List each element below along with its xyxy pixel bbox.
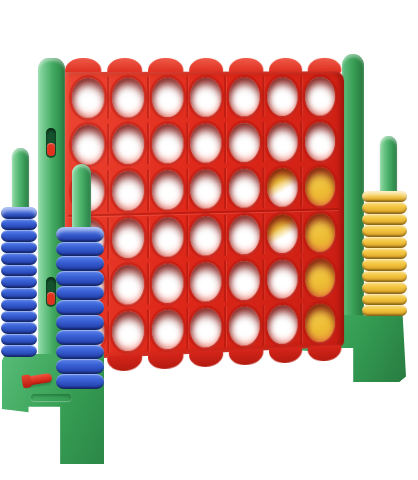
board-cell-c4r1 xyxy=(187,74,226,121)
hole-c7r3 xyxy=(305,167,335,206)
board-cell-c5r1 xyxy=(225,73,263,119)
blue-disc xyxy=(1,207,37,219)
board-cell-c2r6 xyxy=(108,307,148,356)
board-cell-c5r2 xyxy=(225,119,263,166)
hole-c3r3 xyxy=(151,170,183,210)
board-cell-c3r3 xyxy=(148,166,187,213)
yellow-disc xyxy=(362,294,407,305)
hole-c7r6 xyxy=(305,303,335,343)
red-slider xyxy=(47,292,55,305)
hole-c5r5 xyxy=(229,260,260,300)
hole-c5r1 xyxy=(229,77,260,116)
blue-disc xyxy=(56,330,104,345)
hole-c7r1 xyxy=(305,77,335,116)
yellow-disc xyxy=(362,282,407,293)
board-cell-c5r5 xyxy=(225,257,263,304)
yellow-disc xyxy=(362,225,407,236)
hole-c6r1 xyxy=(267,77,297,116)
board-cell-c2r2 xyxy=(108,120,148,167)
board-cell-c2r1 xyxy=(108,74,148,121)
blue-disc-stack xyxy=(56,227,104,389)
hole-c5r2 xyxy=(229,123,260,162)
yellow-disc xyxy=(362,271,407,282)
board-cell-c6r6 xyxy=(264,301,302,348)
board-cell-c7r1 xyxy=(301,73,338,119)
hole-c7r4 xyxy=(305,213,335,252)
board-cell-c3r5 xyxy=(148,259,187,307)
blue-disc xyxy=(1,253,37,265)
hole-c3r1 xyxy=(151,77,183,117)
blue-disc xyxy=(1,265,37,277)
blue-disc-stack xyxy=(1,207,37,357)
blue-disc xyxy=(56,271,104,286)
board-cell-c4r4 xyxy=(187,212,226,259)
yellow-disc xyxy=(362,202,407,213)
hole-c7r5 xyxy=(305,258,335,297)
blue-disc xyxy=(56,345,104,360)
board-cell-c2r4 xyxy=(108,214,148,262)
release-lever xyxy=(21,371,53,389)
yellow-disc-stack xyxy=(362,191,407,316)
board-cell-c5r6 xyxy=(225,303,263,351)
board-cell-c1r2 xyxy=(68,121,108,169)
hole-c1r2 xyxy=(72,125,104,165)
hole-c4r4 xyxy=(191,216,222,256)
blue-disc xyxy=(1,334,37,346)
blue-disc xyxy=(56,227,104,242)
board-cell-c4r3 xyxy=(187,166,226,213)
hole-c6r6 xyxy=(267,305,297,345)
release-slider-window xyxy=(46,277,56,307)
hole-c2r5 xyxy=(112,264,144,305)
board-cell-c3r2 xyxy=(148,120,187,167)
board-cell-c3r4 xyxy=(148,213,187,261)
board-cell-c2r5 xyxy=(108,261,148,309)
hole-c4r2 xyxy=(191,123,222,163)
board-cell-c6r4 xyxy=(264,210,302,257)
blue-disc xyxy=(1,322,37,334)
connect-four-product-photo xyxy=(0,0,418,480)
hole-c6r2 xyxy=(267,122,297,161)
board-cell-c7r3 xyxy=(301,164,338,210)
blue-disc xyxy=(1,242,37,254)
hole-c1r1 xyxy=(72,78,104,118)
board-cell-c5r4 xyxy=(225,211,263,258)
blue-disc xyxy=(56,256,104,271)
blue-disc xyxy=(1,288,37,300)
board-cell-c6r1 xyxy=(264,73,302,119)
blue-disc xyxy=(1,345,37,357)
hole-c3r6 xyxy=(151,309,183,350)
blue-disc xyxy=(1,230,37,242)
blue-disc xyxy=(1,311,37,323)
board-cell-c3r1 xyxy=(148,74,187,121)
hole-c5r4 xyxy=(229,215,260,255)
board-cell-c6r3 xyxy=(264,164,302,211)
board-cell-c7r4 xyxy=(301,209,338,256)
blue-disc xyxy=(1,219,37,231)
scallop-bump xyxy=(107,354,143,372)
yellow-disc xyxy=(362,305,407,316)
hole-c6r4 xyxy=(267,214,297,253)
hole-c3r2 xyxy=(151,124,183,164)
hole-c3r4 xyxy=(151,217,183,257)
blue-disc xyxy=(1,299,37,311)
scallop-bump xyxy=(269,347,303,364)
frame-upright-right xyxy=(342,54,364,332)
scallop-bump xyxy=(229,349,263,366)
blue-disc xyxy=(56,286,104,301)
yellow-disc xyxy=(362,191,407,202)
yellow-disc xyxy=(362,259,407,270)
hole-c7r2 xyxy=(305,122,335,161)
scallop-bump xyxy=(189,350,224,367)
hole-c3r5 xyxy=(151,263,183,303)
board xyxy=(62,56,344,376)
board-cell-c7r2 xyxy=(301,119,338,165)
hole-c5r3 xyxy=(229,169,260,209)
blue-disc xyxy=(56,242,104,257)
board-cell-c6r2 xyxy=(264,119,302,165)
board-cell-c1r1 xyxy=(68,74,108,121)
blue-disc xyxy=(56,300,104,315)
hole-c4r1 xyxy=(191,77,222,116)
hole-c2r2 xyxy=(112,124,144,164)
board-cell-c4r6 xyxy=(187,304,226,352)
board-cell-c3r6 xyxy=(148,306,187,354)
scallop-bump xyxy=(308,345,341,362)
hole-c2r3 xyxy=(112,171,144,211)
release-slider-window xyxy=(46,128,56,158)
yellow-disc xyxy=(362,237,407,248)
scallop-bump xyxy=(148,352,183,369)
hole-c2r4 xyxy=(112,218,144,259)
hole-c6r5 xyxy=(267,259,297,299)
board-cell-c2r3 xyxy=(108,167,148,215)
board-cell-c4r2 xyxy=(187,120,226,167)
hole-c2r1 xyxy=(112,77,144,117)
hole-c2r6 xyxy=(112,311,144,352)
blue-disc xyxy=(56,315,104,330)
release-lever-handle xyxy=(23,373,52,386)
yellow-disc xyxy=(362,214,407,225)
red-slider xyxy=(47,143,55,156)
blue-disc xyxy=(56,374,104,389)
hole-c4r6 xyxy=(191,308,222,348)
board-grid xyxy=(62,71,344,360)
hole-c6r3 xyxy=(267,168,297,207)
hole-c4r5 xyxy=(191,262,222,302)
blue-disc xyxy=(56,359,104,374)
hole-c4r3 xyxy=(191,169,222,209)
hole-c5r6 xyxy=(229,306,260,346)
board-cell-c7r5 xyxy=(301,254,338,301)
board-cell-c7r6 xyxy=(301,300,338,347)
blue-disc xyxy=(1,276,37,288)
board-cell-c4r5 xyxy=(187,258,226,306)
board-cell-c5r3 xyxy=(225,165,263,212)
yellow-disc xyxy=(362,248,407,259)
board-cell-c6r5 xyxy=(264,256,302,303)
